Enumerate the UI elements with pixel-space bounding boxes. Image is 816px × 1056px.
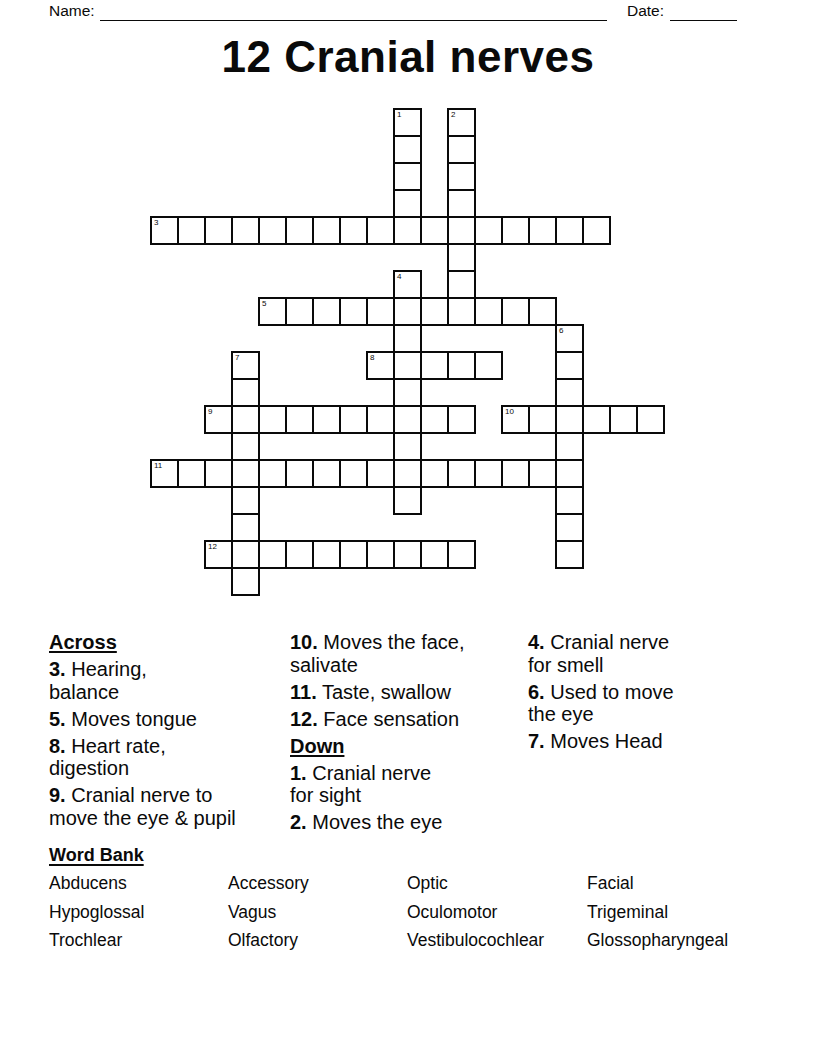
- word-bank-item: Olfactory: [228, 930, 407, 959]
- clue-number: 11.: [290, 681, 317, 703]
- clue-number: 9.: [49, 784, 66, 806]
- grid-cell[interactable]: [339, 459, 368, 488]
- grid-cell[interactable]: [393, 432, 422, 461]
- grid-cell[interactable]: [231, 513, 260, 542]
- grid-cell[interactable]: [312, 459, 341, 488]
- grid-cell[interactable]: [231, 405, 260, 434]
- word-bank-item: Abducens: [49, 873, 228, 902]
- grid-cell[interactable]: [528, 405, 557, 434]
- clue-12: 12. Face sensation: [290, 708, 530, 731]
- grid-cell[interactable]: [474, 351, 503, 380]
- word-bank-item: Vestibulocochlear: [407, 930, 587, 959]
- clue-6: 6. Used to movethe eye: [528, 681, 768, 726]
- grid-cell[interactable]: [420, 405, 449, 434]
- grid-cell[interactable]: [285, 405, 314, 434]
- grid-cell[interactable]: [420, 216, 449, 245]
- clue-number: 8.: [49, 735, 66, 757]
- cell-number: 10: [505, 407, 514, 416]
- word-bank: AbducensAccessoryOpticFacialHypoglossalV…: [49, 873, 816, 959]
- clue-number: 7.: [528, 730, 545, 752]
- clue-11: 11. Taste, swallow: [290, 681, 530, 704]
- cell-number: 6: [559, 326, 563, 335]
- grid-cell[interactable]: [447, 540, 476, 569]
- grid-cell[interactable]: [528, 459, 557, 488]
- grid-cell[interactable]: [231, 216, 260, 245]
- clues-across-header: Across: [49, 631, 289, 654]
- cell-number: 9: [208, 407, 212, 416]
- grid-cell[interactable]: [582, 216, 611, 245]
- cell-number: 7: [235, 353, 239, 362]
- grid-cell[interactable]: [447, 189, 476, 218]
- grid-cell[interactable]: [339, 540, 368, 569]
- grid-cell[interactable]: 6: [555, 324, 584, 353]
- grid-cell[interactable]: [447, 243, 476, 272]
- crossword-grid: 123456789101112: [150, 108, 665, 596]
- cell-number: 12: [208, 542, 217, 551]
- grid-cell[interactable]: [393, 162, 422, 191]
- word-bank-item: Glossopharyngeal: [587, 930, 816, 959]
- word-bank-item: Hypoglossal: [49, 902, 228, 931]
- grid-cell[interactable]: 8: [366, 351, 395, 380]
- grid-cell[interactable]: [231, 567, 260, 596]
- grid-cell[interactable]: [231, 540, 260, 569]
- grid-cell[interactable]: [393, 135, 422, 164]
- grid-cell[interactable]: [177, 216, 206, 245]
- grid-cell[interactable]: [501, 216, 530, 245]
- grid-cell[interactable]: [447, 162, 476, 191]
- grid-cell[interactable]: [447, 351, 476, 380]
- grid-cell[interactable]: [312, 540, 341, 569]
- grid-cell[interactable]: [285, 540, 314, 569]
- word-bank-item: Trigeminal: [587, 902, 816, 931]
- clue-9: 9. Cranial nerve tomove the eye & pupil: [49, 784, 289, 829]
- clue-number: 3.: [49, 658, 66, 680]
- grid-cell[interactable]: [285, 297, 314, 326]
- clues-down-header: Down: [290, 735, 530, 758]
- cell-number: 4: [397, 272, 401, 281]
- name-line[interactable]: [100, 2, 607, 21]
- grid-cell[interactable]: 10: [501, 405, 530, 434]
- grid-cell[interactable]: 4: [393, 270, 422, 299]
- grid-cell[interactable]: [231, 432, 260, 461]
- grid-cell[interactable]: [285, 459, 314, 488]
- grid-cell[interactable]: [555, 432, 584, 461]
- word-bank-item: Trochlear: [49, 930, 228, 959]
- grid-cell[interactable]: [339, 405, 368, 434]
- grid-cell[interactable]: [393, 486, 422, 515]
- grid-cell[interactable]: [393, 351, 422, 380]
- word-bank-item: Vagus: [228, 902, 407, 931]
- grid-cell[interactable]: [555, 513, 584, 542]
- grid-cell[interactable]: [366, 405, 395, 434]
- clue-number: 4.: [528, 631, 545, 653]
- grid-cell[interactable]: [555, 351, 584, 380]
- grid-cell[interactable]: [393, 324, 422, 353]
- grid-cell[interactable]: [393, 297, 422, 326]
- grid-cell[interactable]: [474, 459, 503, 488]
- grid-cell[interactable]: 7: [231, 351, 260, 380]
- grid-cell[interactable]: 9: [204, 405, 233, 434]
- grid-cell[interactable]: [393, 378, 422, 407]
- grid-cell[interactable]: [474, 216, 503, 245]
- grid-cell[interactable]: [420, 351, 449, 380]
- grid-cell[interactable]: [204, 459, 233, 488]
- grid-cell[interactable]: [393, 189, 422, 218]
- word-bank-item: Oculomotor: [407, 902, 587, 931]
- grid-cell[interactable]: [501, 297, 530, 326]
- grid-cell[interactable]: [555, 405, 584, 434]
- clue-column-left: Across3. Hearing,balance5. Moves tongue8…: [49, 631, 289, 834]
- clue-5: 5. Moves tongue: [49, 708, 289, 731]
- grid-cell[interactable]: [258, 540, 287, 569]
- grid-cell[interactable]: [447, 297, 476, 326]
- clue-number: 12.: [290, 708, 318, 730]
- grid-cell[interactable]: 1: [393, 108, 422, 137]
- grid-cell[interactable]: [231, 378, 260, 407]
- cell-number: 5: [262, 299, 266, 308]
- grid-cell[interactable]: [609, 405, 638, 434]
- date-line[interactable]: [670, 2, 737, 21]
- cell-number: 11: [154, 461, 162, 470]
- grid-cell[interactable]: [447, 459, 476, 488]
- grid-cell[interactable]: [339, 297, 368, 326]
- grid-cell[interactable]: [366, 459, 395, 488]
- grid-cell[interactable]: [420, 297, 449, 326]
- word-bank-header: Word Bank: [49, 845, 144, 866]
- clue-2: 2. Moves the eye: [290, 811, 530, 834]
- grid-cell[interactable]: [501, 459, 530, 488]
- grid-cell[interactable]: 11: [150, 459, 179, 488]
- grid-cell[interactable]: [312, 216, 341, 245]
- grid-cell[interactable]: [231, 459, 260, 488]
- clue-number: 6.: [528, 681, 545, 703]
- grid-cell[interactable]: 5: [258, 297, 287, 326]
- grid-cell[interactable]: [447, 270, 476, 299]
- grid-cell[interactable]: [636, 405, 665, 434]
- cell-number: 2: [451, 110, 455, 119]
- grid-cell[interactable]: [447, 405, 476, 434]
- cell-number: 1: [397, 110, 401, 119]
- name-label: Name:: [49, 2, 95, 20]
- grid-cell[interactable]: [285, 216, 314, 245]
- word-bank-item: Accessory: [228, 873, 407, 902]
- grid-cell[interactable]: [393, 540, 422, 569]
- grid-cell[interactable]: [393, 405, 422, 434]
- clue-7: 7. Moves Head: [528, 730, 768, 753]
- clue-column-right: 4. Cranial nervefor smell6. Used to move…: [528, 631, 768, 757]
- grid-cell[interactable]: [393, 459, 422, 488]
- grid-cell[interactable]: 3: [150, 216, 179, 245]
- grid-cell[interactable]: [393, 216, 422, 245]
- cell-number: 3: [154, 218, 158, 227]
- grid-cell[interactable]: [447, 216, 476, 245]
- clue-column-middle: 10. Moves the face,salivate11. Taste, sw…: [290, 631, 530, 838]
- grid-cell[interactable]: [312, 297, 341, 326]
- grid-cell[interactable]: [555, 540, 584, 569]
- grid-cell[interactable]: [555, 459, 584, 488]
- clue-number: 10.: [290, 631, 318, 653]
- grid-cell[interactable]: [366, 297, 395, 326]
- grid-cell[interactable]: [339, 216, 368, 245]
- clue-8: 8. Heart rate,digestion: [49, 735, 289, 780]
- grid-cell[interactable]: [555, 216, 584, 245]
- clue-1: 1. Cranial nervefor sight: [290, 762, 530, 807]
- clue-number: 1.: [290, 762, 307, 784]
- date-label: Date:: [627, 2, 664, 20]
- grid-cell[interactable]: [528, 216, 557, 245]
- grid-cell[interactable]: [420, 459, 449, 488]
- grid-cell[interactable]: 2: [447, 108, 476, 137]
- clue-4: 4. Cranial nervefor smell: [528, 631, 768, 676]
- clue-10: 10. Moves the face,salivate: [290, 631, 530, 676]
- grid-cell[interactable]: [258, 405, 287, 434]
- grid-cell[interactable]: [312, 405, 341, 434]
- clue-3: 3. Hearing,balance: [49, 658, 289, 703]
- grid-cell[interactable]: [528, 297, 557, 326]
- grid-cell[interactable]: [474, 297, 503, 326]
- clue-number: 5.: [49, 708, 66, 730]
- grid-cell[interactable]: [258, 216, 287, 245]
- grid-cell[interactable]: [555, 378, 584, 407]
- grid-cell[interactable]: [366, 540, 395, 569]
- clue-number: 2.: [290, 811, 307, 833]
- grid-cell[interactable]: [582, 405, 611, 434]
- cell-number: 8: [370, 353, 374, 362]
- grid-cell[interactable]: [204, 216, 233, 245]
- grid-cell[interactable]: [231, 486, 260, 515]
- grid-cell[interactable]: [555, 486, 584, 515]
- page-title: 12 Cranial nerves: [0, 31, 816, 83]
- grid-cell[interactable]: [177, 459, 206, 488]
- word-bank-item: Facial: [587, 873, 816, 902]
- grid-cell[interactable]: [420, 540, 449, 569]
- word-bank-item: Optic: [407, 873, 587, 902]
- grid-cell[interactable]: [447, 135, 476, 164]
- grid-cell[interactable]: [258, 459, 287, 488]
- grid-cell[interactable]: [366, 216, 395, 245]
- grid-cell[interactable]: 12: [204, 540, 233, 569]
